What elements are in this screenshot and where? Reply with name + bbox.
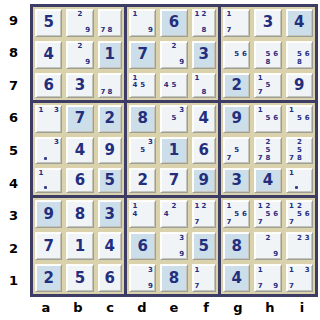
candidate-slot-7 [162,250,170,258]
candidate-slot-4 [288,51,296,59]
candidate-slot-8 [264,123,272,131]
candidate-slot-3 [272,75,280,82]
cell-d5[interactable]: 35 [127,135,158,167]
candidate-slot-5 [139,210,147,218]
candidate-slot-8 [76,27,84,35]
cell-d1[interactable]: 39 [127,262,158,294]
candidate-1: 1 [256,107,264,115]
cell-b4[interactable]: 6 [64,166,95,198]
candidate-7: 7 [256,89,264,96]
candidate-8: 8 [264,154,272,162]
candidate-grid: 568 [288,43,311,67]
candidate-slot-4 [288,115,296,123]
candidate-grid: 1 [37,170,60,191]
cell-face-e1: 8 [160,264,187,292]
candidate-slot-6 [147,274,155,282]
cell-face-e5: 1 [160,137,187,165]
candidate-grid: 29 [162,43,185,67]
candidate-8: 8 [106,27,113,35]
candidate-slot-7 [162,89,170,96]
candidate-slot-1 [100,11,107,19]
candidate-7: 7 [256,154,264,162]
cell-face-f1: 17 [192,264,216,292]
cell-h2[interactable]: 29 [252,230,283,262]
candidate-slot-7 [194,89,201,96]
candidate-slot-6 [272,242,280,250]
candidate-slot-4 [37,177,45,184]
candidate-slot-7 [131,89,139,96]
candidate-slot-6 [207,82,214,89]
cell-face-i5: 2578 [286,137,313,165]
candidate-slot-4 [288,242,296,250]
candidate-slot-8 [170,59,178,67]
value-6: 6 [67,169,92,192]
candidate-slot-8 [139,154,147,162]
candidate-2: 2 [200,202,207,210]
candidate-slot-8 [233,27,241,35]
cell-h6[interactable]: 156 [252,103,283,135]
candidate-4: 4 [131,82,139,89]
cell-f2[interactable]: 5 [190,230,221,262]
cell-g1[interactable]: 4 [221,262,252,294]
candidate-1: 1 [225,202,233,210]
candidate-slot-2 [233,11,241,19]
candidate-slot-6 [178,210,186,218]
cell-e2[interactable]: 39 [158,230,189,262]
candidate-3: 3 [53,107,61,115]
cell-b1[interactable]: 5 [64,262,95,294]
candidate-9: 9 [84,27,92,35]
cell-face-a6: 13 [35,105,62,133]
candidate-slot-5 [45,147,53,155]
cell-face-i9: 4 [286,9,313,37]
cell-face-f6: 4 [192,105,216,133]
value-6: 6 [36,74,61,97]
cell-c5[interactable]: 9 [96,135,127,167]
candidate-5: 5 [295,115,303,123]
cell-b3[interactable]: 8 [64,198,95,230]
candidate-slot-2 [295,266,303,274]
col-label-h: h [254,296,286,318]
candidate-slot-5 [170,242,178,250]
candidate-slot-2 [170,234,178,242]
candidate-slot-9 [272,218,280,226]
cell-h7[interactable]: 157 [252,71,283,103]
cell-i3[interactable]: 12567 [284,198,315,230]
candidate-slot-9 [303,59,311,67]
candidate-3: 3 [178,234,186,242]
cell-face-d3: 14 [129,200,156,228]
candidate-slot-7 [288,123,296,131]
cell-b5[interactable]: 4 [64,135,95,167]
candidate-slot-9 [178,123,186,131]
cell-face-a8: 4 [35,41,62,69]
candidate-slot-6 [113,82,120,89]
cell-f4[interactable]: 9 [190,166,221,198]
cell-a7[interactable]: 6 [33,71,64,103]
cell-c7[interactable]: 78 [96,71,127,103]
candidate-slot-3 [207,202,214,210]
cell-e5[interactable]: 1 [158,135,189,167]
cell-b6[interactable]: 7 [64,103,95,135]
cell-i6[interactable]: 156 [284,103,315,135]
cell-i4[interactable]: 1 [284,166,315,198]
cell-face-b2: 1 [66,232,93,260]
candidate-slot-2 [139,266,147,274]
cell-a5[interactable]: 3 [33,135,64,167]
candidate-3: 3 [147,266,155,274]
row-label-6: 6 [0,102,27,135]
cell-face-f4: 9 [192,168,216,193]
candidate-slot-1 [68,43,76,51]
candidate-5: 5 [233,147,241,155]
candidate-slot-8 [295,123,303,131]
candidate-1: 1 [225,11,233,19]
cell-b7[interactable]: 3 [64,71,95,103]
value-7: 7 [67,106,92,132]
candidate-grid: 45 [162,75,185,96]
cell-g7[interactable]: 2 [221,71,252,103]
cell-b9[interactable]: 29 [64,7,95,39]
value-2: 2 [224,74,249,97]
cell-g3[interactable]: 1567 [221,198,252,230]
row-label-3: 3 [0,199,27,232]
candidate-slot-6 [303,274,311,282]
candidate-1: 1 [194,75,201,82]
candidate-grid: 78 [100,75,120,96]
value-6: 6 [99,265,121,291]
candidate-8: 8 [295,154,303,162]
cell-i5[interactable]: 2578 [284,135,315,167]
candidate-slot-4 [256,51,264,59]
candidate-slot-9 [303,250,311,258]
value-4: 4 [99,233,121,259]
candidate-slot-8 [76,59,84,67]
candidate-slot-4 [131,19,139,27]
candidate-slot-5 [264,274,272,282]
candidate-slot-4 [162,242,170,250]
candidate-slot-8 [295,218,303,226]
cell-face-f5: 6 [192,137,216,165]
cell-i9[interactable]: 4 [284,7,315,39]
candidate-grid: 157 [256,75,279,96]
candidate-9: 9 [84,59,92,67]
candidate-7: 7 [288,218,296,226]
col-labels: abcdefghi [30,296,318,318]
value-9: 9 [287,74,312,97]
candidate-6: 6 [303,51,311,59]
col-label-e: e [158,296,190,318]
cell-i8[interactable]: 568 [284,39,315,71]
candidate-grid: 78 [100,11,120,35]
candidate-slot-7 [256,123,264,131]
candidate-grid: 1567 [225,202,248,226]
cell-face-e3: 24 [160,200,187,228]
cell-d9[interactable]: 19 [127,7,158,39]
candidate-grid: 18 [194,75,214,96]
candidate-9: 9 [272,282,280,290]
cell-e3[interactable]: 24 [158,198,189,230]
candidate-6: 6 [241,210,249,218]
cell-f9[interactable]: 128 [190,7,221,39]
candidate-1: 1 [37,170,45,177]
cell-c8[interactable]: 1 [96,39,127,71]
cell-c1[interactable]: 6 [96,262,127,294]
candidate-slot-3 [272,234,280,242]
candidate-slot-8 [295,250,303,258]
value-1: 1 [67,233,92,259]
candidate-slot-1 [256,43,264,51]
cell-face-h2: 29 [254,232,281,260]
candidate-8: 8 [106,89,113,96]
dot-mark-8 [44,186,47,189]
candidate-slot-9 [113,89,120,96]
candidate-slot-3 [272,266,280,274]
candidate-slot-6 [147,82,155,89]
candidate-grid: 568 [256,43,279,67]
cell-face-h1: 179 [254,264,281,292]
cell-d2[interactable]: 6 [127,230,158,262]
candidate-slot-4 [162,115,170,123]
candidate-slot-9 [303,154,311,162]
dot-mark-8 [44,157,47,160]
cell-d8[interactable]: 7 [127,39,158,71]
candidate-7: 7 [256,218,264,226]
cell-face-a7: 6 [35,73,62,98]
candidate-slot-8 [139,89,147,96]
candidate-slot-3 [241,11,249,19]
cell-a9[interactable]: 5 [33,7,64,39]
cell-face-b7: 3 [66,73,93,98]
candidate-grid: 57 [225,139,248,163]
candidate-slot-8 [264,89,272,96]
candidate-slot-4 [256,274,264,282]
candidate-6: 6 [241,51,249,59]
candidate-slot-7 [131,154,139,162]
row-labels: 987654321 [0,4,27,297]
cell-h1[interactable]: 179 [252,262,283,294]
candidate-8: 8 [295,59,303,67]
cell-g6[interactable]: 9 [221,103,252,135]
candidate-slot-4 [194,82,201,89]
cell-a6[interactable]: 13 [33,103,64,135]
candidate-slot-3 [178,43,186,51]
cell-b8[interactable]: 29 [64,39,95,71]
cell-a8[interactable]: 4 [33,39,64,71]
candidate-slot-9 [303,184,311,191]
candidate-slot-4 [288,177,296,184]
cell-face-c9: 78 [98,9,122,37]
value-6: 6 [193,138,215,164]
cell-g5[interactable]: 57 [221,135,252,167]
candidate-slot-3 [113,11,120,19]
candidate-5: 5 [170,82,178,89]
candidate-7: 7 [288,154,296,162]
cell-g2[interactable]: 8 [221,230,252,262]
value-4: 4 [193,106,215,132]
cell-face-g4: 3 [223,168,250,193]
candidate-slot-9 [272,59,280,67]
col-label-i: i [286,296,318,318]
cell-e6[interactable]: 35 [158,103,189,135]
cell-g4[interactable]: 3 [221,166,252,198]
candidate-slot-7 [162,59,170,67]
cell-e4[interactable]: 7 [158,166,189,198]
cell-i1[interactable]: 137 [284,262,315,294]
cell-f3[interactable]: 127 [190,198,221,230]
candidate-1: 1 [288,266,296,274]
candidate-slot-2 [106,11,113,19]
candidate-slot-3 [178,202,186,210]
value-8: 8 [130,106,155,132]
candidate-2: 2 [264,234,272,242]
cell-h8[interactable]: 568 [252,39,283,71]
cell-c9[interactable]: 78 [96,7,127,39]
candidate-6: 6 [272,51,280,59]
candidate-slot-1 [131,139,139,147]
cell-d6[interactable]: 8 [127,103,158,135]
cell-f5[interactable]: 6 [190,135,221,167]
value-4: 4 [36,42,61,68]
cell-face-g9: 17 [223,9,250,37]
cell-e1[interactable]: 8 [158,262,189,294]
candidate-grid: 29 [68,11,91,35]
candidate-3: 3 [178,107,186,115]
cell-f1[interactable]: 17 [190,262,221,294]
candidate-slot-2 [45,107,53,115]
candidate-slot-1 [225,139,233,147]
candidate-9: 9 [178,59,186,67]
candidate-slot-9 [272,89,280,96]
candidate-7: 7 [194,282,201,290]
value-6: 6 [161,10,186,36]
cell-c3[interactable]: 3 [96,198,127,230]
cell-face-a3: 9 [35,200,62,228]
cell-a1[interactable]: 2 [33,262,64,294]
cell-a3[interactable]: 9 [33,198,64,230]
candidate-slot-9 [241,59,249,67]
value-3: 3 [255,10,280,36]
candidate-slot-7 [162,123,170,131]
col-label-a: a [30,296,62,318]
col-label-b: b [62,296,94,318]
cell-h5[interactable]: 2578 [252,135,283,167]
candidate-slot-8 [45,123,53,131]
cell-face-d6: 8 [129,105,156,133]
candidate-slot-8 [233,59,241,67]
candidate-slot-4 [131,274,139,282]
cell-a4[interactable]: 1 [33,166,64,198]
cell-f6[interactable]: 4 [190,103,221,135]
candidate-slot-5 [295,274,303,282]
cell-a2[interactable]: 7 [33,230,64,262]
candidate-slot-9 [53,123,61,131]
cell-face-b4: 6 [66,168,93,193]
candidate-slot-6 [241,19,249,27]
candidate-grid: 12567 [256,202,279,226]
cell-face-i4: 1 [286,168,313,193]
candidate-slot-8 [139,282,147,290]
cell-h3[interactable]: 12567 [252,198,283,230]
cell-f7[interactable]: 18 [190,71,221,103]
value-4: 4 [224,265,249,291]
candidate-slot-1 [225,43,233,51]
cell-face-i8: 568 [286,41,313,69]
cell-face-i6: 156 [286,105,313,133]
cell-e8[interactable]: 29 [158,39,189,71]
cell-face-d2: 6 [129,232,156,260]
cell-c6[interactable]: 2 [96,103,127,135]
candidate-slot-4 [37,147,45,155]
candidate-slot-2 [139,11,147,19]
value-4: 4 [287,10,312,36]
candidate-slot-1 [288,234,296,242]
candidate-grid: 24 [162,202,185,226]
cell-face-e6: 35 [160,105,187,133]
value-9: 9 [99,138,121,164]
candidate-slot-4 [288,274,296,282]
candidate-slot-4 [225,51,233,59]
cell-face-d8: 7 [129,41,156,69]
candidate-5: 5 [233,210,241,218]
candidate-slot-9 [241,27,249,35]
candidate-7: 7 [256,282,264,290]
cell-d3[interactable]: 14 [127,198,158,230]
cell-g8[interactable]: 56 [221,39,252,71]
cell-h9[interactable]: 3 [252,7,283,39]
candidate-7: 7 [225,154,233,162]
col-label-c: c [94,296,126,318]
candidate-7: 7 [100,89,107,96]
candidate-slot-7 [68,59,76,67]
candidate-1: 1 [37,107,45,115]
candidate-slot-1 [256,234,264,242]
cell-e9[interactable]: 6 [158,7,189,39]
cell-e7[interactable]: 45 [158,71,189,103]
value-8: 8 [161,265,186,291]
candidate-slot-6 [207,210,214,218]
candidate-3: 3 [303,266,311,274]
candidate-7: 7 [225,27,233,35]
value-5: 5 [99,169,121,192]
cell-d7[interactable]: 145 [127,71,158,103]
cell-g9[interactable]: 17 [221,7,252,39]
cell-d4[interactable]: 2 [127,166,158,198]
candidate-slot-5 [139,274,147,282]
cell-h4[interactable]: 4 [252,166,283,198]
cell-face-b5: 4 [66,137,93,165]
cell-c4[interactable]: 5 [96,166,127,198]
cell-face-h8: 568 [254,41,281,69]
value-8: 8 [67,201,92,227]
cell-i2[interactable]: 23 [284,230,315,262]
cell-c2[interactable]: 4 [96,230,127,262]
candidate-5: 5 [264,210,272,218]
candidate-grid: 179 [256,266,279,290]
value-7: 7 [161,169,186,192]
candidate-grid: 14 [131,202,154,226]
value-2: 2 [130,169,155,192]
cell-f8[interactable]: 3 [190,39,221,71]
candidate-9: 9 [178,250,186,258]
candidate-slot-6 [178,242,186,250]
cell-face-g3: 1567 [223,200,250,228]
candidate-slot-4 [256,242,264,250]
cell-i7[interactable]: 9 [284,71,315,103]
cell-b2[interactable]: 1 [64,230,95,262]
candidate-slot-7 [256,250,264,258]
value-4: 4 [67,138,92,164]
